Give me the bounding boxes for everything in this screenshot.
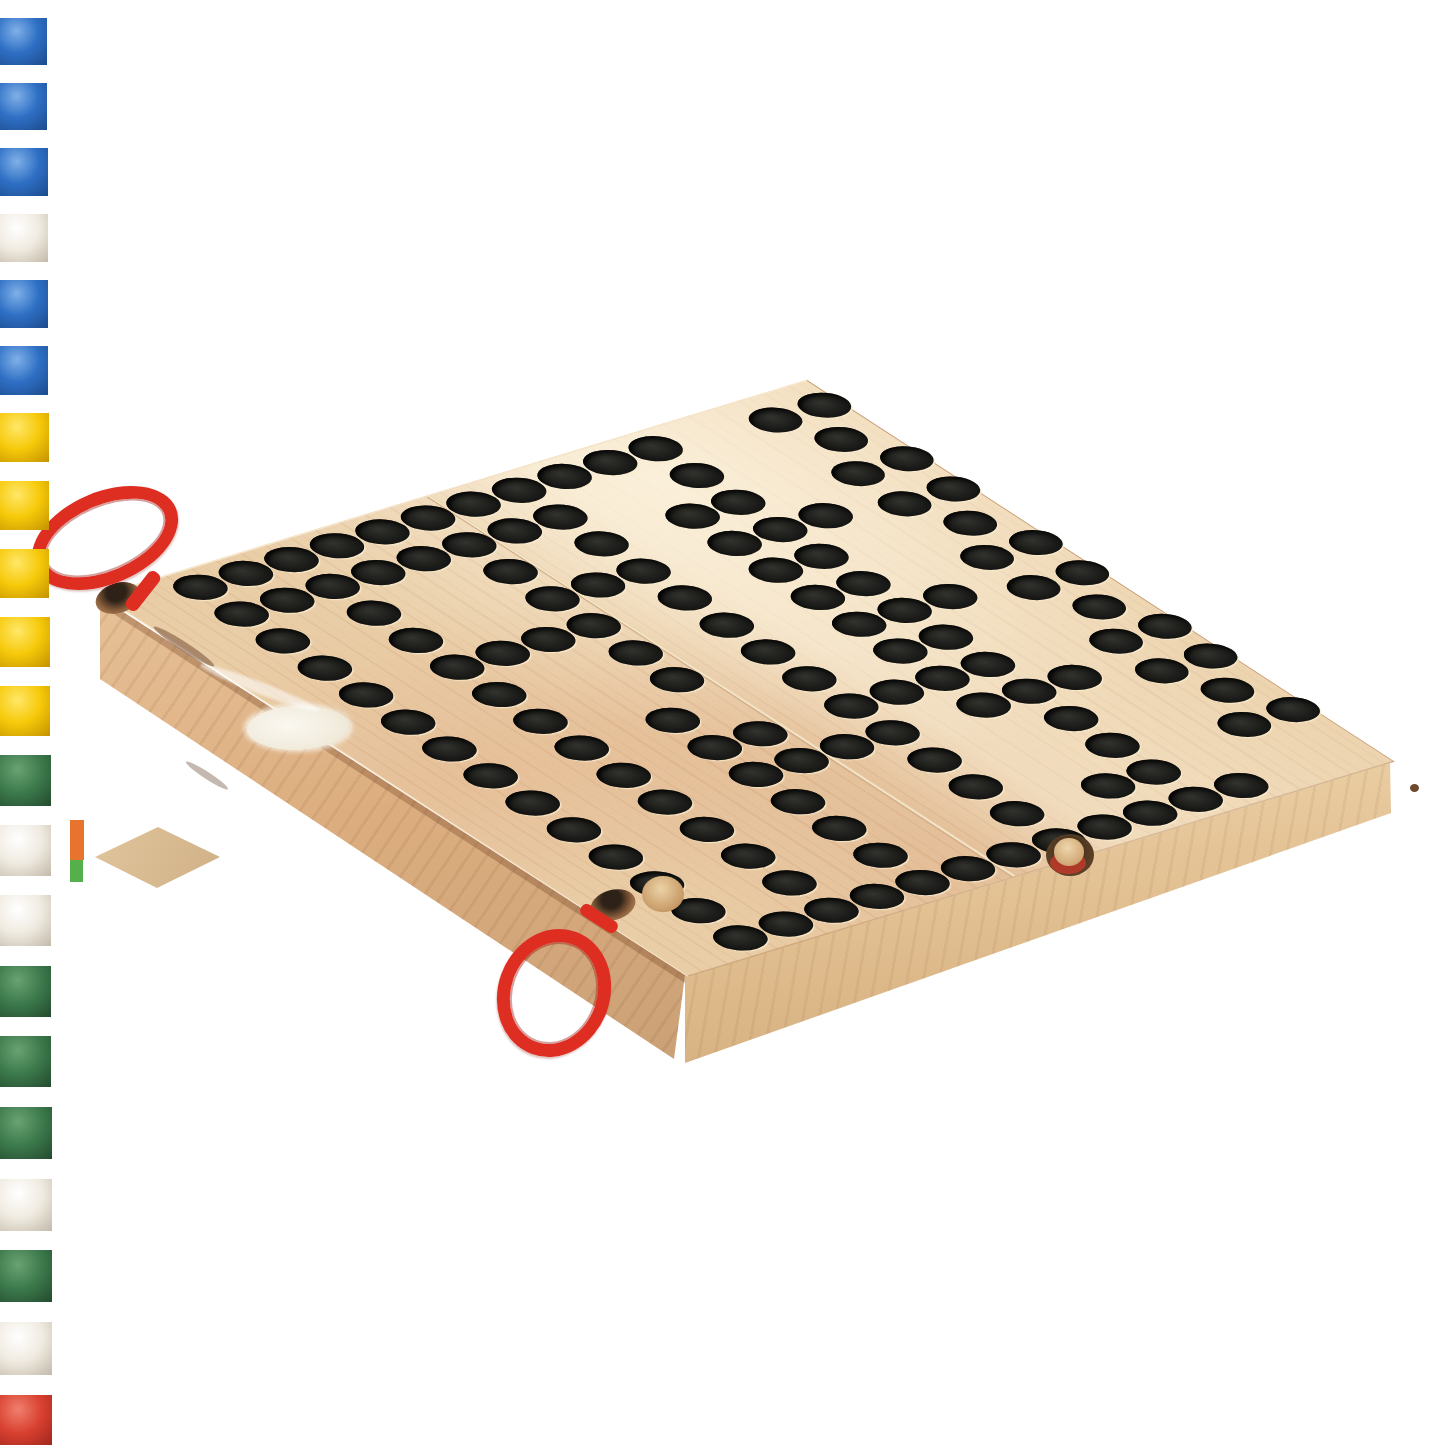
- marble-shadow: [0, 876, 48, 895]
- marble-blue-3[interactable]: [0, 346, 48, 394]
- marble-shadow: [0, 1087, 49, 1107]
- marble-shadow: [0, 946, 48, 965]
- marble-shadow: [0, 1375, 50, 1395]
- hole-c3-r3[interactable]: [378, 623, 454, 658]
- marble-red-1[interactable]: [0, 1395, 52, 1445]
- marble-yellow-4[interactable]: [0, 617, 50, 667]
- die-pip-top-3: [70, 850, 84, 860]
- barricade-c4-r4[interactable]: [0, 1322, 52, 1374]
- marble-blue-0[interactable]: [0, 83, 47, 130]
- marble-shadow: [0, 196, 45, 214]
- barricade-c5-r4[interactable]: [0, 1179, 52, 1231]
- barricade-c11-r0[interactable]: [0, 214, 48, 262]
- start-hole-blue-2[interactable]: [804, 422, 879, 456]
- start-hole-green-2[interactable]: [1061, 590, 1136, 624]
- hole-c1-r3[interactable]: [287, 651, 363, 686]
- hole-c8-r6[interactable]: [730, 635, 806, 670]
- marble-blue-2[interactable]: [0, 148, 48, 196]
- marble-shadow: [0, 806, 48, 825]
- hole-c3-r5[interactable]: [461, 677, 537, 712]
- hole-c8-r10[interactable]: [896, 743, 972, 778]
- die-pip-top-0: [70, 820, 84, 830]
- marble-shadow: [0, 0, 45, 18]
- barricade-c7-r3[interactable]: [0, 895, 51, 946]
- hole-c11-r11[interactable]: [1074, 728, 1150, 763]
- start-hole-yellow-2[interactable]: [933, 506, 1008, 540]
- marble-blue-4[interactable]: [0, 280, 48, 328]
- hole-c1-r5[interactable]: [370, 705, 446, 740]
- hole-c8-r4[interactable]: [647, 581, 723, 616]
- marble-shadow: [0, 1159, 49, 1179]
- hole-c1-r4[interactable]: [328, 678, 404, 713]
- hole-c5-r10[interactable]: [760, 784, 836, 819]
- hole-c1-r6[interactable]: [411, 732, 487, 767]
- marble-shadow: [0, 598, 47, 617]
- marble-shadow: [0, 462, 47, 481]
- hole-c6-r6[interactable]: [639, 662, 715, 697]
- hole-c8-r12[interactable]: [979, 797, 1055, 832]
- marble-shadow: [0, 328, 46, 346]
- string-loop[interactable]: [479, 913, 629, 1073]
- hole-c1-r9[interactable]: [536, 813, 612, 848]
- hole-c3-r2[interactable]: [336, 596, 412, 631]
- product-photo-scene: [0, 0, 1445, 1445]
- game-board: [100, 380, 1395, 977]
- start-hole-red-2[interactable]: [1190, 673, 1265, 707]
- die-pip-front-0: [70, 860, 83, 871]
- hole-c1-r8[interactable]: [494, 786, 570, 821]
- marble-shadow: [0, 262, 46, 280]
- marble-yellow-3[interactable]: [0, 686, 50, 736]
- hole-c8-r7[interactable]: [772, 662, 848, 697]
- screw-hole: [1410, 784, 1419, 792]
- marble-shadow: [0, 667, 48, 686]
- marble-blue-1[interactable]: [0, 18, 47, 65]
- hole-c11-r1[interactable]: [659, 458, 735, 493]
- hole-c3-r7[interactable]: [544, 731, 620, 766]
- hole-c3-r6[interactable]: [502, 704, 578, 739]
- hole-c8-r5[interactable]: [688, 608, 764, 643]
- hole-c1-r7[interactable]: [453, 759, 529, 794]
- hole-c3-r9[interactable]: [627, 785, 703, 820]
- marble-yellow-1[interactable]: [0, 413, 49, 462]
- hole-c11-r10[interactable]: [1033, 701, 1109, 736]
- marble-shadow: [0, 736, 48, 755]
- die-pip-front-1: [70, 871, 83, 882]
- marble-shadow: [0, 1231, 49, 1251]
- hole-c3-r11[interactable]: [710, 839, 786, 874]
- wooden-dowel-pin: [642, 876, 684, 912]
- marble-green-1[interactable]: [0, 755, 51, 806]
- barricade-c11-r5[interactable]: [0, 825, 51, 876]
- wooden-die[interactable]: [70, 820, 240, 990]
- hole-c8-r11[interactable]: [938, 770, 1014, 805]
- marble-shadow: [0, 395, 46, 414]
- wood-knot-streak: [184, 759, 230, 792]
- hole-c1-r2[interactable]: [245, 624, 321, 659]
- die-pip-top-2: [70, 840, 84, 850]
- hole-c5-r7[interactable]: [635, 703, 711, 738]
- die-pip-top-1: [70, 830, 84, 840]
- hole-c3-r10[interactable]: [668, 812, 744, 847]
- marble-green-2[interactable]: [0, 1036, 51, 1087]
- marble-shadow: [0, 130, 45, 148]
- hole-c5-r12[interactable]: [843, 838, 919, 873]
- hole-c3-r12[interactable]: [752, 866, 828, 901]
- board-grid: [103, 413, 1285, 974]
- marble-shadow: [0, 1302, 50, 1322]
- hole-c8-r2[interactable]: [564, 527, 640, 562]
- marble-yellow-0[interactable]: [0, 481, 49, 530]
- marble-green-0[interactable]: [0, 966, 51, 1017]
- marble-green-4[interactable]: [0, 1107, 52, 1159]
- hole-c6-r5[interactable]: [597, 635, 673, 670]
- hole-c5-r11[interactable]: [801, 811, 877, 846]
- marble-green-3[interactable]: [0, 1250, 52, 1302]
- hole-c1-r10[interactable]: [577, 840, 653, 875]
- wooden-dowel-pin: [1054, 838, 1084, 866]
- hole-c3-r8[interactable]: [585, 758, 661, 793]
- marble-shadow: [0, 1017, 49, 1037]
- hole-c6-r2[interactable]: [473, 555, 549, 590]
- marble-shadow: [0, 65, 45, 83]
